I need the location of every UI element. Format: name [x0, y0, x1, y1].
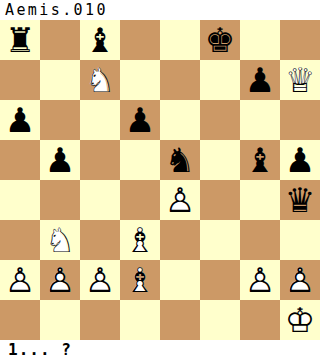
square-d7[interactable] [120, 60, 160, 100]
square-f3[interactable] [200, 220, 240, 260]
square-a2[interactable]: ♟♙ [0, 260, 40, 300]
square-e1[interactable] [160, 300, 200, 340]
square-e8[interactable] [160, 20, 200, 60]
square-h2[interactable]: ♟♙ [280, 260, 320, 300]
white-bishop-d3: ♗ [120, 220, 160, 260]
square-c5[interactable] [80, 140, 120, 180]
white-pawn-c2: ♙ [80, 260, 120, 300]
white-bishop-d2: ♗ [120, 260, 160, 300]
square-g2[interactable]: ♟♙ [240, 260, 280, 300]
white-king-h1: ♔ [280, 300, 320, 340]
black-king-f8: ♚ [200, 20, 240, 60]
square-a1[interactable] [0, 300, 40, 340]
square-b8[interactable] [40, 20, 80, 60]
square-g8[interactable] [240, 20, 280, 60]
square-e2[interactable] [160, 260, 200, 300]
white-pawn-b2: ♙ [40, 260, 80, 300]
square-e7[interactable] [160, 60, 200, 100]
black-pawn-h5: ♟ [280, 140, 320, 180]
square-f2[interactable] [200, 260, 240, 300]
square-f6[interactable] [200, 100, 240, 140]
square-h7[interactable]: ♛♕ [280, 60, 320, 100]
square-g1[interactable] [240, 300, 280, 340]
square-f5[interactable] [200, 140, 240, 180]
chess-diagram: Aemis.010 ♜♝♚♞♘♟♛♕♟♟♟♞♝♟♟♙♛♞♘♝♗♟♙♟♙♟♙♝♗♟… [0, 0, 320, 360]
square-e4[interactable]: ♟♙ [160, 180, 200, 220]
square-b3[interactable]: ♞♘ [40, 220, 80, 260]
black-pawn-g7: ♟ [240, 60, 280, 100]
square-c1[interactable] [80, 300, 120, 340]
square-g5[interactable]: ♝ [240, 140, 280, 180]
black-pawn-b5: ♟ [40, 140, 80, 180]
diagram-title: Aemis.010 [0, 0, 320, 20]
square-d3[interactable]: ♝♗ [120, 220, 160, 260]
white-pawn-g2: ♙ [240, 260, 280, 300]
square-c7[interactable]: ♞♘ [80, 60, 120, 100]
square-a8[interactable]: ♜ [0, 20, 40, 60]
square-b7[interactable] [40, 60, 80, 100]
square-f7[interactable] [200, 60, 240, 100]
white-pawn-h2: ♙ [280, 260, 320, 300]
square-f4[interactable] [200, 180, 240, 220]
square-b2[interactable]: ♟♙ [40, 260, 80, 300]
square-a7[interactable] [0, 60, 40, 100]
square-a5[interactable] [0, 140, 40, 180]
square-f8[interactable]: ♚ [200, 20, 240, 60]
white-knight-c7: ♘ [80, 60, 120, 100]
square-c8[interactable]: ♝ [80, 20, 120, 60]
black-pawn-d6: ♟ [120, 100, 160, 140]
square-g4[interactable] [240, 180, 280, 220]
square-h8[interactable] [280, 20, 320, 60]
square-d6[interactable]: ♟ [120, 100, 160, 140]
square-h1[interactable]: ♚♔ [280, 300, 320, 340]
square-e6[interactable] [160, 100, 200, 140]
black-pawn-a6: ♟ [0, 100, 40, 140]
square-e5[interactable]: ♞ [160, 140, 200, 180]
chess-board: ♜♝♚♞♘♟♛♕♟♟♟♞♝♟♟♙♛♞♘♝♗♟♙♟♙♟♙♝♗♟♙♟♙♚♔ [0, 20, 320, 340]
move-prompt: 1... ? [0, 340, 320, 360]
square-f1[interactable] [200, 300, 240, 340]
white-knight-b3: ♘ [40, 220, 80, 260]
square-e3[interactable] [160, 220, 200, 260]
white-pawn-a2: ♙ [0, 260, 40, 300]
black-queen-h4: ♛ [280, 180, 320, 220]
square-h4[interactable]: ♛ [280, 180, 320, 220]
square-a4[interactable] [0, 180, 40, 220]
square-a6[interactable]: ♟ [0, 100, 40, 140]
square-b5[interactable]: ♟ [40, 140, 80, 180]
square-d4[interactable] [120, 180, 160, 220]
square-h3[interactable] [280, 220, 320, 260]
white-pawn-e4: ♙ [160, 180, 200, 220]
square-d8[interactable] [120, 20, 160, 60]
square-c3[interactable] [80, 220, 120, 260]
square-b6[interactable] [40, 100, 80, 140]
square-c4[interactable] [80, 180, 120, 220]
square-a3[interactable] [0, 220, 40, 260]
square-d1[interactable] [120, 300, 160, 340]
black-knight-e5: ♞ [160, 140, 200, 180]
square-h5[interactable]: ♟ [280, 140, 320, 180]
square-g3[interactable] [240, 220, 280, 260]
square-d2[interactable]: ♝♗ [120, 260, 160, 300]
square-g6[interactable] [240, 100, 280, 140]
black-bishop-g5: ♝ [240, 140, 280, 180]
square-c2[interactable]: ♟♙ [80, 260, 120, 300]
square-d5[interactable] [120, 140, 160, 180]
square-b1[interactable] [40, 300, 80, 340]
square-h6[interactable] [280, 100, 320, 140]
black-bishop-c8: ♝ [80, 20, 120, 60]
square-c6[interactable] [80, 100, 120, 140]
square-g7[interactable]: ♟ [240, 60, 280, 100]
square-b4[interactable] [40, 180, 80, 220]
white-queen-h7: ♕ [280, 60, 320, 100]
black-rook-a8: ♜ [0, 20, 40, 60]
